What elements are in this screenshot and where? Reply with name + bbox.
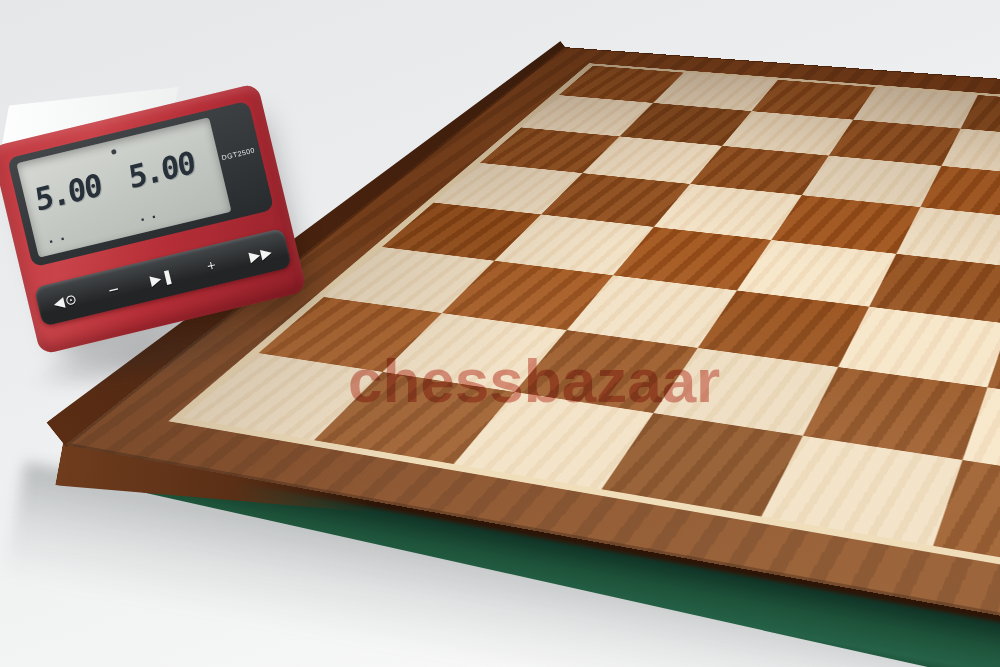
fast-forward-button: ▶▶ <box>248 243 275 264</box>
clock-time-right: 5.00 <box>126 144 196 195</box>
minus-button: − <box>106 280 122 299</box>
clock-time-left: 5.00 <box>33 167 103 218</box>
play-pause-button: ▶❚ <box>149 267 177 288</box>
lcd-flag-marks-right: ▪ ▪ <box>140 211 160 225</box>
plus-button: ＋ <box>202 255 221 276</box>
sound-button: ◀⊙ <box>52 290 80 311</box>
lcd-indicator-dot <box>111 149 117 155</box>
lcd-flag-marks-left: ▪ ▪ <box>48 233 68 247</box>
watermark: chessbazaar <box>348 345 720 416</box>
product-photo-scene: chessbazaar 5.00 5.00 ▪ ▪ ▪ ▪ DGT2500 ◀⊙… <box>0 0 1000 667</box>
clock-brand-label: DGT2500 <box>220 146 257 161</box>
